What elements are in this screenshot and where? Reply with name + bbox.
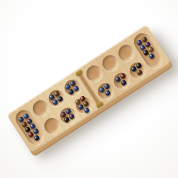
pit-top-5-seeds xyxy=(101,53,120,72)
pit-top-1-seeds xyxy=(31,98,50,117)
pit-bottom-4-seeds xyxy=(96,81,115,100)
pit-bottom-1-seeds xyxy=(42,116,61,135)
hinge-brass-front xyxy=(95,101,103,108)
pit-bottom-3-seeds xyxy=(74,95,93,114)
seed xyxy=(136,69,143,76)
seed xyxy=(148,52,155,59)
pit-bottom-5-seeds xyxy=(112,71,131,90)
photo-scene xyxy=(0,0,178,178)
pit-top-2-seeds xyxy=(47,88,66,107)
seed xyxy=(104,90,111,97)
pit-bottom-6-seeds xyxy=(128,60,147,79)
pit-bottom-2-seeds xyxy=(58,106,77,125)
mancala-board xyxy=(7,25,171,154)
pit-top-6-seeds xyxy=(116,43,135,62)
seed xyxy=(83,107,90,114)
pit-top-4-seeds xyxy=(85,63,104,82)
seed xyxy=(120,79,127,86)
pit-top-3-seeds xyxy=(62,78,81,97)
hinge-brass-back xyxy=(75,69,83,76)
seed xyxy=(33,134,40,141)
